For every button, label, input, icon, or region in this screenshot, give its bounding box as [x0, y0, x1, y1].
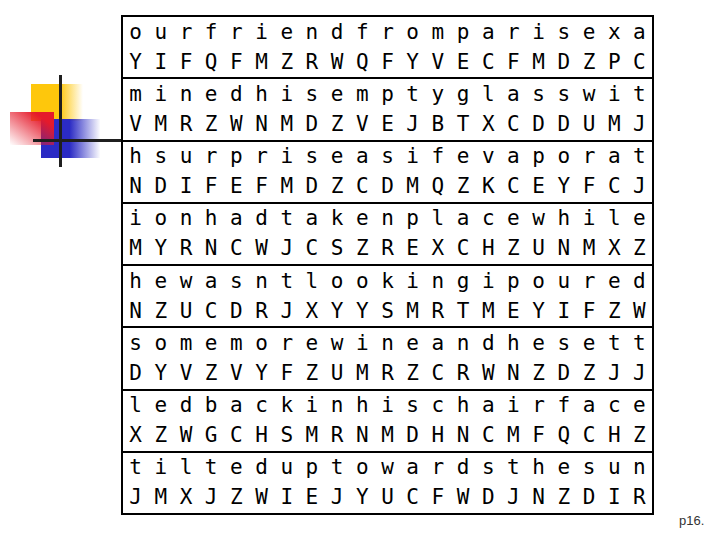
grid-cell: h [501, 333, 526, 354]
grid-cell: M [400, 176, 425, 197]
grid-cell: M [148, 114, 173, 135]
grid-cell: h [551, 208, 576, 229]
grid-cell: i [476, 271, 501, 292]
grid-cell: X [299, 301, 324, 322]
grid-cell: e [526, 333, 551, 354]
grid-cell: r [173, 22, 198, 43]
grid-row-lowercase: tilteduptowardsthesun [123, 453, 652, 483]
grid-cell: u [551, 271, 576, 292]
grid-cell: n [425, 271, 450, 292]
grid-cell: r [576, 271, 601, 292]
grid-cell: i [148, 457, 173, 478]
grid-cell: m [425, 22, 450, 43]
grid-row-uppercase: XZWGCHSMRNMDHNCMFQCHZ [123, 421, 652, 451]
grid-cell: Y [249, 363, 274, 384]
grid-cell: K [476, 176, 501, 197]
decoration [0, 0, 130, 180]
grid-cell: N [501, 363, 526, 384]
grid-cell: W [325, 52, 350, 73]
grid-cell: d [249, 457, 274, 478]
grid-cell: r [199, 146, 224, 167]
grid-cell: Z [325, 176, 350, 197]
grid-cell: c [476, 208, 501, 229]
grid-cell: t [325, 457, 350, 478]
grid-cell: D [299, 176, 324, 197]
grid-cell: h [123, 146, 148, 167]
grid-block: hsurpriseasifevaporatNDIFEFMDZCDMQZKCEYF… [123, 142, 652, 204]
grid-cell: i [400, 146, 425, 167]
grid-cell: f [199, 22, 224, 43]
grid-row-uppercase: JMXJZWIEJYUCFWDJNZDIR [123, 483, 652, 513]
grid-cell: D [551, 114, 576, 135]
grid-cell: S [375, 301, 400, 322]
grid-row-lowercase: minedhisemptyglasswit [123, 79, 652, 109]
grid-cell: s [551, 22, 576, 43]
grid-cell: u [602, 457, 627, 478]
grid-cell: f [350, 22, 375, 43]
grid-row-lowercase: ledbackinhischairface [123, 391, 652, 421]
grid-cell: Y [526, 301, 551, 322]
grid-cell: s [576, 457, 601, 478]
grid-cell: r [375, 22, 400, 43]
grid-cell: D [375, 176, 400, 197]
grid-cell: N [199, 238, 224, 259]
grid-row-uppercase: VMRZWNMDZVEJBTXCDDUMJ [123, 109, 652, 139]
grid-cell: Z [526, 363, 551, 384]
grid-cell: Z [576, 363, 601, 384]
grid-cell: i [274, 146, 299, 167]
grid-cell: Z [501, 238, 526, 259]
grid-cell: D [400, 425, 425, 446]
grid-cell: Z [199, 114, 224, 135]
grid-cell: R [450, 363, 475, 384]
grid-cell: d [224, 84, 249, 105]
grid-cell: S [274, 425, 299, 446]
grid-cell: o [350, 271, 375, 292]
grid-cell: M [148, 487, 173, 508]
grid-cell: p [450, 22, 475, 43]
grid-cell: T [450, 301, 475, 322]
grid-block: tilteduptowardsthesunJMXJZWIEJYUCFWDJNZD… [123, 453, 652, 513]
grid-cell: Z [299, 363, 324, 384]
grid-cell: Y [148, 363, 173, 384]
grid-cell: e [148, 395, 173, 416]
grid-cell: Y [123, 52, 148, 73]
grid-cell: M [375, 425, 400, 446]
grid-cell: C [627, 52, 652, 73]
grid-cell: o [148, 208, 173, 229]
grid-cell: c [602, 395, 627, 416]
grid-cell: s [148, 146, 173, 167]
grid-cell: e [148, 271, 173, 292]
grid-cell: p [501, 271, 526, 292]
grid-cell: s [551, 333, 576, 354]
grid-cell: F [199, 176, 224, 197]
grid-cell: C [450, 238, 475, 259]
grid-cell: c [425, 395, 450, 416]
grid-cell: l [425, 208, 450, 229]
grid-cell: Y [400, 52, 425, 73]
grid-cell: o [249, 333, 274, 354]
grid-cell: n [450, 333, 475, 354]
grid-cell: I [173, 176, 198, 197]
grid-cell: J [274, 238, 299, 259]
grid-cell: M [602, 114, 627, 135]
grid-row-lowercase: hsurpriseasifevaporat [123, 142, 652, 172]
grid-cell: Z [325, 114, 350, 135]
grid-cell: r [576, 146, 601, 167]
grid-cell: F [576, 301, 601, 322]
grid-cell: d [325, 22, 350, 43]
grid-cell: D [526, 114, 551, 135]
grid-cell: i [350, 333, 375, 354]
grid-cell: a [501, 146, 526, 167]
grid-block: ledbackinhischairfaceXZWGCHSMRNMDHNCMFQC… [123, 391, 652, 453]
grid-cell: W [224, 114, 249, 135]
grid-cell: I [148, 52, 173, 73]
grid-block: ionhadtakenplacewhileMYRNCWJCSZREXCHZUNM… [123, 204, 652, 266]
grid-cell: N [450, 425, 475, 446]
grid-cell: n [173, 84, 198, 105]
grid-cell: p [224, 146, 249, 167]
grid-cell: l [299, 271, 324, 292]
grid-cell: u [274, 457, 299, 478]
grid-cell: k [375, 271, 400, 292]
grid-cell: J [325, 487, 350, 508]
grid-cell: d [249, 208, 274, 229]
grid-cell: Q [551, 425, 576, 446]
grid-cell: x [602, 22, 627, 43]
grid-cell: M [476, 301, 501, 322]
grid-cell: d [476, 333, 501, 354]
grid-cell: X [476, 114, 501, 135]
grid-cell: D [299, 114, 324, 135]
grid-cell: C [501, 176, 526, 197]
grid-cell: Z [627, 238, 652, 259]
grid-cell: R [425, 301, 450, 322]
grid-cell: M [123, 238, 148, 259]
grid-cell: n [325, 395, 350, 416]
grid-cell: e [576, 333, 601, 354]
grid-cell: r [224, 22, 249, 43]
grid-cell: r [501, 22, 526, 43]
grid-cell: D [476, 487, 501, 508]
grid-cell: a [224, 395, 249, 416]
grid-cell: F [224, 52, 249, 73]
grid-cell: o [350, 457, 375, 478]
grid-cell: J [400, 114, 425, 135]
grid-row-lowercase: ionhadtakenplacewhile [123, 204, 652, 234]
grid-cell: o [526, 271, 551, 292]
grid-cell: E [450, 52, 475, 73]
grid-cell: t [123, 457, 148, 478]
grid-cell: t [627, 84, 652, 105]
grid-cell: t [274, 208, 299, 229]
grid-cell: l [602, 208, 627, 229]
grid-cell: H [425, 425, 450, 446]
grid-cell: t [627, 146, 652, 167]
grid-cell: w [173, 271, 198, 292]
grid-cell: N [350, 425, 375, 446]
grid-block: minedhisemptyglasswitVMRZWNMDZVEJBTXCDDU… [123, 79, 652, 141]
grid-cell: E [375, 114, 400, 135]
grid-cell: R [375, 238, 400, 259]
grid-cell: W [249, 238, 274, 259]
grid-cell: W [627, 301, 652, 322]
grid-cell: M [350, 363, 375, 384]
grid-cell: F [173, 52, 198, 73]
grid-cell: t [602, 333, 627, 354]
grid-row-uppercase: MYRNCWJCSZREXCHZUNMXZ [123, 234, 652, 264]
grid-cell: o [148, 333, 173, 354]
grid-cell: W [173, 425, 198, 446]
grid-cell: Y [551, 176, 576, 197]
grid-cell: s [123, 333, 148, 354]
grid-cell: X [602, 238, 627, 259]
grid-cell: i [123, 208, 148, 229]
grid-cell: h [249, 84, 274, 105]
grid-cell: w [325, 333, 350, 354]
grid-cell: e [224, 457, 249, 478]
grid-block: somemorewineandhesettDYVZVYFZUMRZCRWNZDZ… [123, 328, 652, 390]
grid-cell: i [375, 395, 400, 416]
grid-cell: s [224, 271, 249, 292]
grid-cell: m [224, 333, 249, 354]
grid-cell: F [425, 487, 450, 508]
grid-cell: Z [576, 52, 601, 73]
grid-cell: r [526, 395, 551, 416]
grid-cell: D [123, 363, 148, 384]
grid-cell: V [425, 52, 450, 73]
grid-cell: M [299, 425, 324, 446]
grid-cell: n [627, 457, 652, 478]
grid-cell: H [249, 425, 274, 446]
grid-cell: D [576, 487, 601, 508]
grid-cell: r [425, 457, 450, 478]
grid-cell: w [375, 457, 400, 478]
grid-cell: s [299, 146, 324, 167]
grid-cell: Z [148, 425, 173, 446]
grid-cell: V [224, 363, 249, 384]
grid-cell: e [325, 84, 350, 105]
grid-cell: n [249, 271, 274, 292]
grid-cell: e [299, 333, 324, 354]
grid-cell: J [274, 301, 299, 322]
grid-cell: V [350, 114, 375, 135]
grid-cell: U [375, 487, 400, 508]
grid-cell: I [274, 487, 299, 508]
grid-cell: D [148, 176, 173, 197]
grid-cell: R [375, 363, 400, 384]
grid-cell: C [199, 301, 224, 322]
grid-cell: a [602, 146, 627, 167]
grid-cell: R [627, 487, 652, 508]
grid-cell: U [576, 114, 601, 135]
grid-cell: p [526, 146, 551, 167]
grid-cell: a [501, 84, 526, 105]
grid-cell: a [576, 395, 601, 416]
grid-cell: k [274, 395, 299, 416]
grid-cell: U [526, 238, 551, 259]
grid-cell: J [627, 114, 652, 135]
grid-cell: i [602, 84, 627, 105]
grid-cell: X [173, 487, 198, 508]
grid-cell: I [602, 487, 627, 508]
grid-cell: i [274, 84, 299, 105]
grid-cell: D [224, 301, 249, 322]
grid-cell: Z [274, 52, 299, 73]
grid-cell: Z [627, 425, 652, 446]
grid-cell: M [526, 52, 551, 73]
grid-cell: I [551, 301, 576, 322]
grid-cell: r [249, 146, 274, 167]
grid-cell: M [249, 52, 274, 73]
grid-cell: o [400, 22, 425, 43]
grid-cell: Y [350, 487, 375, 508]
grid-cell: Y [325, 301, 350, 322]
grid-cell: s [299, 84, 324, 105]
grid-cell: Z [400, 363, 425, 384]
grid-cell: C [476, 52, 501, 73]
grid-cell: a [476, 395, 501, 416]
grid-cell: U [325, 363, 350, 384]
grid-cell: i [148, 84, 173, 105]
grid-cell: s [526, 84, 551, 105]
page-number: p16. [679, 513, 704, 528]
grid-cell: e [551, 457, 576, 478]
grid-cell: b [199, 395, 224, 416]
grid-cell: i [576, 208, 601, 229]
grid-cell: m [123, 84, 148, 105]
grid-cell: J [199, 487, 224, 508]
decoration-horizontal-line [33, 139, 122, 142]
grid-cell: Y [350, 301, 375, 322]
grid-cell: p [299, 457, 324, 478]
grid-cell: e [400, 333, 425, 354]
grid-cell: T [450, 114, 475, 135]
grid-cell: Q [350, 52, 375, 73]
grid-cell: H [476, 238, 501, 259]
grid-cell: J [501, 487, 526, 508]
grid-cell: e [350, 208, 375, 229]
grid-row-uppercase: DYVZVYFZUMRZCRWNZDZJJ [123, 358, 652, 388]
grid-cell: C [602, 176, 627, 197]
grid-cell: R [173, 114, 198, 135]
grid-cell: i [501, 395, 526, 416]
grid-cell: F [274, 363, 299, 384]
grid-block: hewasntlookingipouredNZUCDRJXYYSMRTMEYIF… [123, 266, 652, 328]
grid-cell: R [249, 301, 274, 322]
grid-cell: J [123, 487, 148, 508]
grid-cell: Z [199, 363, 224, 384]
grid-cell: W [249, 487, 274, 508]
grid-cell: M [400, 301, 425, 322]
grid-cell: p [400, 208, 425, 229]
grid-cell: Z [551, 487, 576, 508]
grid-cell: Q [425, 176, 450, 197]
grid-cell: S [325, 238, 350, 259]
grid-cell: u [173, 146, 198, 167]
grid-cell: J [602, 363, 627, 384]
grid-cell: k [325, 208, 350, 229]
grid-cell: h [123, 271, 148, 292]
grid-cell: v [476, 146, 501, 167]
grid-cell: o [123, 22, 148, 43]
grid-cell: t [627, 333, 652, 354]
grid-cell: e [576, 22, 601, 43]
grid-cell: M [274, 114, 299, 135]
grid-cell: V [173, 363, 198, 384]
puzzle-grid: ourfriendfromparisexaYIFQFMZRWQFYVECFMDZ… [121, 15, 654, 515]
grid-cell: s [375, 146, 400, 167]
grid-cell: h [526, 457, 551, 478]
grid-cell: p [375, 84, 400, 105]
grid-cell: f [425, 146, 450, 167]
grid-cell: Z [450, 176, 475, 197]
grid-cell: a [476, 22, 501, 43]
grid-cell: a [400, 457, 425, 478]
grid-cell: i [299, 395, 324, 416]
grid-cell: N [123, 301, 148, 322]
grid-cell: e [199, 84, 224, 105]
grid-cell: R [173, 238, 198, 259]
grid-cell: g [450, 271, 475, 292]
grid-cell: M [274, 176, 299, 197]
grid-cell: e [501, 208, 526, 229]
grid-cell: h [199, 208, 224, 229]
grid-cell: m [350, 84, 375, 105]
grid-cell: P [602, 52, 627, 73]
grid-cell: G [199, 425, 224, 446]
grid-cell: E [501, 301, 526, 322]
grid-cell: E [400, 238, 425, 259]
grid-cell: i [249, 22, 274, 43]
grid-cell: f [551, 395, 576, 416]
grid-cell: C [224, 238, 249, 259]
grid-cell: s [476, 457, 501, 478]
decoration-vertical-line [59, 75, 62, 167]
grid-row-lowercase: somemorewineandhesett [123, 328, 652, 358]
grid-cell: l [123, 395, 148, 416]
grid-cell: Z [148, 301, 173, 322]
grid-cell: Q [199, 52, 224, 73]
grid-cell: l [173, 457, 198, 478]
grid-cell: E [526, 176, 551, 197]
slide: ourfriendfromparisexaYIFQFMZRWQFYVECFMDZ… [0, 0, 720, 540]
grid-cell: c [249, 395, 274, 416]
grid-cell: M [576, 238, 601, 259]
grid-cell: a [299, 208, 324, 229]
grid-cell: B [425, 114, 450, 135]
grid-cell: n [375, 333, 400, 354]
grid-cell: F [501, 52, 526, 73]
grid-cell: C [224, 425, 249, 446]
grid-cell: e [602, 271, 627, 292]
grid-cell: H [602, 425, 627, 446]
grid-cell: a [450, 208, 475, 229]
grid-cell: w [526, 208, 551, 229]
grid-cell: C [501, 114, 526, 135]
grid-cell: E [224, 176, 249, 197]
grid-cell: X [123, 425, 148, 446]
grid-cell: W [476, 363, 501, 384]
grid-cell: m [173, 333, 198, 354]
grid-cell: u [148, 22, 173, 43]
grid-cell: l [476, 84, 501, 105]
grid-cell: F [576, 176, 601, 197]
grid-cell: J [627, 176, 652, 197]
grid-cell: h [350, 395, 375, 416]
